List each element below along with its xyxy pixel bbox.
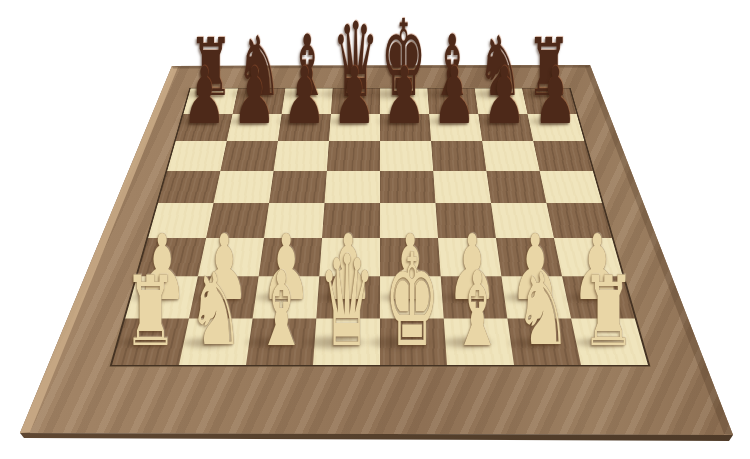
square-b4[interactable] [206,203,269,238]
square-b5[interactable] [213,171,273,203]
square-c2[interactable] [252,276,319,318]
square-f2[interactable] [440,276,507,318]
square-h7[interactable] [527,114,584,141]
square-g4[interactable] [490,203,553,238]
square-e2[interactable] [380,276,444,318]
square-a7[interactable] [175,114,232,141]
square-a4[interactable] [148,203,213,238]
square-h1[interactable] [571,318,648,365]
square-f1[interactable] [443,318,513,365]
square-c1[interactable] [246,318,316,365]
square-b3[interactable] [197,238,263,276]
square-c8[interactable] [281,88,332,113]
square-g6[interactable] [482,141,539,171]
square-f3[interactable] [437,238,500,276]
square-b7[interactable] [226,114,281,141]
square-d7[interactable] [328,114,379,141]
square-c3[interactable] [258,238,321,276]
square-g7[interactable] [478,114,533,141]
square-b1[interactable] [179,318,253,365]
square-f8[interactable] [427,88,478,113]
square-d4[interactable] [322,203,380,238]
square-f4[interactable] [435,203,495,238]
square-d3[interactable] [319,238,380,276]
square-e7[interactable] [380,114,431,141]
square-b2[interactable] [188,276,258,318]
square-g2[interactable] [501,276,571,318]
square-a2[interactable] [125,276,198,318]
square-d6[interactable] [326,141,379,171]
square-a1[interactable] [112,318,189,365]
square-e4[interactable] [380,203,438,238]
chessboard-photo: ♜♞♝♛♚♝♞♜♟♟♟♟♟♟♟♟♟♟♟♟♟♟♟♟♜♞♝♛♚♝♞♜ [0,0,750,459]
square-c5[interactable] [269,171,327,203]
square-g3[interactable] [495,238,561,276]
square-a6[interactable] [167,141,227,171]
square-e6[interactable] [380,141,433,171]
square-e3[interactable] [380,238,441,276]
square-h5[interactable] [539,171,601,203]
square-d2[interactable] [316,276,380,318]
square-e1[interactable] [380,318,447,365]
square-a8[interactable] [183,88,238,113]
square-e5[interactable] [380,171,435,203]
square-g5[interactable] [486,171,546,203]
square-h8[interactable] [522,88,577,113]
square-d1[interactable] [313,318,380,365]
square-h2[interactable] [562,276,635,318]
square-e8[interactable] [380,88,429,113]
square-f6[interactable] [431,141,486,171]
square-a3[interactable] [137,238,206,276]
square-h3[interactable] [553,238,622,276]
square-g8[interactable] [474,88,527,113]
square-h6[interactable] [533,141,593,171]
square-c4[interactable] [264,203,324,238]
square-a5[interactable] [158,171,220,203]
square-b8[interactable] [232,88,285,113]
square-c6[interactable] [273,141,328,171]
square-f5[interactable] [433,171,491,203]
square-h4[interactable] [546,203,611,238]
playing-surface [112,88,648,365]
square-d8[interactable] [330,88,379,113]
square-b6[interactable] [220,141,277,171]
square-f7[interactable] [429,114,482,141]
square-c7[interactable] [277,114,330,141]
square-d5[interactable] [324,171,379,203]
square-g1[interactable] [507,318,581,365]
